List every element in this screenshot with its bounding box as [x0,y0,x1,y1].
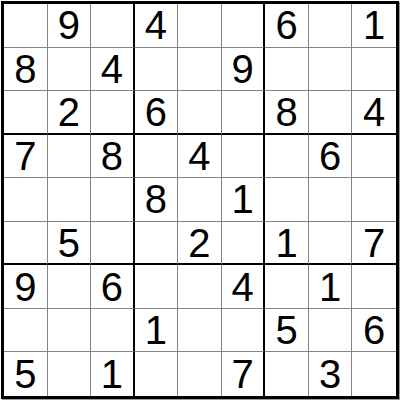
sudoku-cell-r5c3[interactable] [91,178,135,222]
sudoku-cell-r5c9[interactable] [352,178,396,222]
sudoku-cell-r8c5[interactable] [178,309,222,353]
sudoku-cell-r8c4[interactable]: 1 [135,309,179,353]
sudoku-cell-r5c8[interactable] [309,178,353,222]
sudoku-cell-r7c3[interactable]: 6 [91,265,135,309]
sudoku-cell-r6c8[interactable] [309,222,353,266]
sudoku-cell-r6c9[interactable]: 7 [352,222,396,266]
sudoku-cell-r1c9[interactable]: 1 [352,4,396,48]
sudoku-cell-r6c3[interactable] [91,222,135,266]
sudoku-cell-r6c7[interactable]: 1 [265,222,309,266]
sudoku-cell-r9c8[interactable]: 3 [309,352,353,396]
sudoku-cell-r3c3[interactable] [91,91,135,135]
sudoku-cell-r8c3[interactable] [91,309,135,353]
sudoku-cell-r1c7[interactable]: 6 [265,4,309,48]
sudoku-cell-r5c4[interactable]: 8 [135,178,179,222]
sudoku-cell-r9c5[interactable] [178,352,222,396]
sudoku-cell-r4c3[interactable]: 8 [91,135,135,179]
sudoku-cell-r8c6[interactable] [222,309,266,353]
sudoku-cell-r9c7[interactable] [265,352,309,396]
sudoku-cell-r9c9[interactable] [352,352,396,396]
sudoku-cell-r1c5[interactable] [178,4,222,48]
sudoku-cell-r6c1[interactable] [4,222,48,266]
sudoku-cell-r5c1[interactable] [4,178,48,222]
sudoku-cell-r3c6[interactable] [222,91,266,135]
sudoku-cell-r2c2[interactable] [48,48,92,92]
sudoku-cell-r7c6[interactable]: 4 [222,265,266,309]
sudoku-cell-r1c1[interactable] [4,4,48,48]
sudoku-cell-r5c7[interactable] [265,178,309,222]
sudoku-cell-r2c8[interactable] [309,48,353,92]
sudoku-board: 94618492684784681521796411565173 [1,1,399,399]
sudoku-cell-r8c8[interactable] [309,309,353,353]
sudoku-cell-r3c9[interactable]: 4 [352,91,396,135]
sudoku-cell-r1c2[interactable]: 9 [48,4,92,48]
sudoku-cell-r9c3[interactable]: 1 [91,352,135,396]
sudoku-cell-r3c2[interactable]: 2 [48,91,92,135]
sudoku-cell-r4c8[interactable]: 6 [309,135,353,179]
sudoku-cell-r2c1[interactable]: 8 [4,48,48,92]
sudoku-cell-r5c5[interactable] [178,178,222,222]
sudoku-cell-r4c9[interactable] [352,135,396,179]
sudoku-cell-r4c2[interactable] [48,135,92,179]
sudoku-cell-r1c8[interactable] [309,4,353,48]
sudoku-cell-r2c4[interactable] [135,48,179,92]
sudoku-cell-r7c8[interactable]: 1 [309,265,353,309]
sudoku-cell-r9c1[interactable]: 5 [4,352,48,396]
sudoku-cell-r8c2[interactable] [48,309,92,353]
sudoku-cell-r7c4[interactable] [135,265,179,309]
sudoku-cell-r7c9[interactable] [352,265,396,309]
sudoku-cell-r4c1[interactable]: 7 [4,135,48,179]
sudoku-cell-r1c6[interactable] [222,4,266,48]
sudoku-cell-r7c5[interactable] [178,265,222,309]
sudoku-cell-r8c7[interactable]: 5 [265,309,309,353]
sudoku-cell-r6c6[interactable] [222,222,266,266]
sudoku-cell-r6c4[interactable] [135,222,179,266]
sudoku-cell-r3c5[interactable] [178,91,222,135]
sudoku-cell-r1c3[interactable] [91,4,135,48]
sudoku-cell-r9c6[interactable]: 7 [222,352,266,396]
sudoku-cell-r4c4[interactable] [135,135,179,179]
sudoku-cell-r2c6[interactable]: 9 [222,48,266,92]
sudoku-cell-r7c7[interactable] [265,265,309,309]
sudoku-cell-r2c5[interactable] [178,48,222,92]
sudoku-cell-r4c6[interactable] [222,135,266,179]
sudoku-cell-r4c5[interactable]: 4 [178,135,222,179]
sudoku-cell-r2c9[interactable] [352,48,396,92]
sudoku-cell-r6c2[interactable]: 5 [48,222,92,266]
sudoku-cell-r2c3[interactable]: 4 [91,48,135,92]
sudoku-cell-r8c9[interactable]: 6 [352,309,396,353]
sudoku-cell-r3c7[interactable]: 8 [265,91,309,135]
sudoku-cell-r5c2[interactable] [48,178,92,222]
sudoku-cell-r3c8[interactable] [309,91,353,135]
sudoku-cell-r5c6[interactable]: 1 [222,178,266,222]
sudoku-cell-r2c7[interactable] [265,48,309,92]
sudoku-cell-r7c2[interactable] [48,265,92,309]
sudoku-cell-r3c4[interactable]: 6 [135,91,179,135]
sudoku-cell-r6c5[interactable]: 2 [178,222,222,266]
sudoku-cell-r7c1[interactable]: 9 [4,265,48,309]
sudoku-cell-r9c4[interactable] [135,352,179,396]
sudoku-cell-r9c2[interactable] [48,352,92,396]
sudoku-cell-r8c1[interactable] [4,309,48,353]
sudoku-cell-r3c1[interactable] [4,91,48,135]
sudoku-cell-r4c7[interactable] [265,135,309,179]
sudoku-cell-r1c4[interactable]: 4 [135,4,179,48]
